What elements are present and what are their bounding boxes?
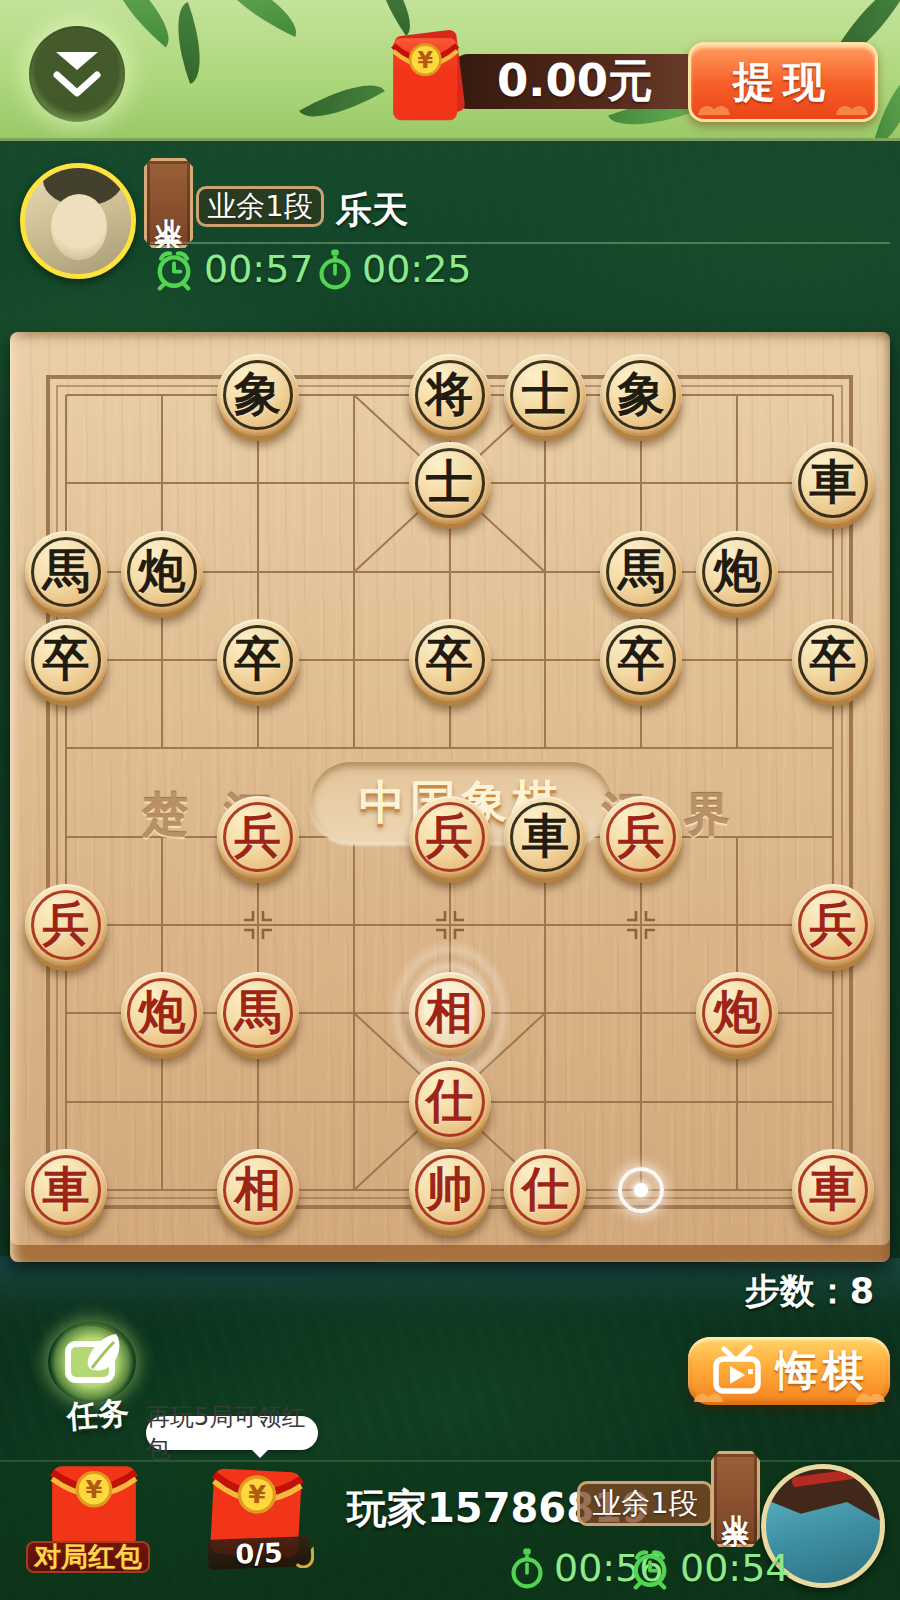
- svg-text:¥: ¥: [417, 47, 433, 73]
- point-marker: [241, 908, 275, 942]
- opponent-avatar[interactable]: [20, 163, 136, 279]
- piece-black-king[interactable]: 将: [409, 354, 491, 436]
- piece-character: 炮: [121, 531, 203, 613]
- match-red-packet-label: 对局红包: [26, 1541, 150, 1573]
- piece-character: 車: [25, 1149, 107, 1231]
- piece-character: 仕: [504, 1149, 586, 1231]
- piece-character: 士: [409, 442, 491, 524]
- piece-red-cannon[interactable]: 炮: [696, 972, 778, 1054]
- piece-character: 兵: [409, 796, 491, 878]
- piece-black-pawn[interactable]: 卒: [600, 619, 682, 701]
- red-packet-tooltip: 再玩5局可领红包: [146, 1416, 318, 1450]
- undo-label: 悔棋: [776, 1343, 868, 1399]
- piece-red-pawn[interactable]: 兵: [217, 796, 299, 878]
- piece-character: 炮: [696, 531, 778, 613]
- svg-text:¥: ¥: [86, 1476, 103, 1504]
- piece-black-horse[interactable]: 馬: [600, 531, 682, 613]
- piece-black-horse[interactable]: 馬: [25, 531, 107, 613]
- piece-character: 卒: [217, 619, 299, 701]
- piece-character: 馬: [217, 972, 299, 1054]
- piece-character: 兵: [600, 796, 682, 878]
- player-total-time: 00:54: [680, 1546, 790, 1590]
- red-packet-progress: 0/5: [208, 1536, 311, 1570]
- piece-character: 卒: [792, 619, 874, 701]
- piece-character: 兵: [217, 796, 299, 878]
- piece-red-pawn[interactable]: 兵: [25, 884, 107, 966]
- xiangqi-board[interactable]: 楚河 中国象棋 汉界 象将士象士車馬炮馬炮卒卒卒卒卒兵兵車兵兵兵炮馬相炮仕車相帅…: [10, 332, 890, 1262]
- piece-black-pawn[interactable]: 卒: [217, 619, 299, 701]
- piece-red-chariot[interactable]: 車: [25, 1149, 107, 1231]
- task-button[interactable]: 任务: [46, 1318, 146, 1418]
- piece-black-chariot[interactable]: 車: [504, 796, 586, 878]
- piece-red-elephant[interactable]: 相: [409, 972, 491, 1054]
- piece-black-cannon[interactable]: 炮: [696, 531, 778, 613]
- piece-character: 卒: [600, 619, 682, 701]
- task-label: 任务: [45, 1390, 152, 1439]
- withdraw-button[interactable]: 提现: [688, 42, 878, 122]
- piece-character: 士: [504, 354, 586, 436]
- piece-character: 帅: [409, 1149, 491, 1231]
- point-marker: [624, 908, 658, 942]
- bamboo-leaf: [163, 2, 214, 84]
- piece-red-cannon[interactable]: 炮: [121, 972, 203, 1054]
- player-rank-pill: 业余1段: [577, 1481, 713, 1526]
- bamboo-leaf: [299, 69, 385, 134]
- piece-black-elephant[interactable]: 象: [217, 354, 299, 436]
- piece-black-advisor[interactable]: 士: [409, 442, 491, 524]
- piece-character: 車: [792, 442, 874, 524]
- piece-character: 仕: [409, 1061, 491, 1143]
- piece-black-chariot[interactable]: 車: [792, 442, 874, 524]
- top-bar: 0.00元 提现 ¥: [0, 0, 900, 141]
- opponent-amateur-badge: 业余: [144, 158, 193, 248]
- player-total-timer: 00:54: [628, 1546, 790, 1590]
- piece-red-elephant[interactable]: 相: [217, 1149, 299, 1231]
- piece-character: 象: [217, 354, 299, 436]
- piece-character: 馬: [600, 531, 682, 613]
- opponent-rank-pill: 业余1段: [196, 186, 324, 227]
- piece-character: 兵: [792, 884, 874, 966]
- task-feather-icon: [62, 1326, 128, 1388]
- piece-character: 相: [217, 1149, 299, 1231]
- svg-text:¥: ¥: [247, 1480, 266, 1510]
- opponent-move-timer: 00:25: [316, 247, 472, 291]
- piece-character: 卒: [409, 619, 491, 701]
- piece-character: 車: [792, 1149, 874, 1231]
- piece-red-advisor[interactable]: 仕: [504, 1149, 586, 1231]
- last-move-origin-marker: [618, 1167, 664, 1213]
- piece-character: 将: [409, 354, 491, 436]
- stopwatch-icon: [316, 247, 354, 291]
- opponent-name: 乐天: [336, 186, 408, 235]
- game-screen: 0.00元 提现 ¥ 业余 业余1段 乐天: [0, 0, 900, 1600]
- piece-black-pawn[interactable]: 卒: [409, 619, 491, 701]
- opponent-total-timer: 00:57: [152, 247, 314, 291]
- piece-black-pawn[interactable]: 卒: [25, 619, 107, 701]
- stopwatch-icon: [508, 1546, 546, 1590]
- piece-character: 馬: [25, 531, 107, 613]
- piece-character: 卒: [25, 619, 107, 701]
- piece-character: 炮: [121, 972, 203, 1054]
- replay-tv-icon: [710, 1345, 764, 1397]
- piece-character: 炮: [696, 972, 778, 1054]
- player-amateur-badge: 业余: [711, 1451, 760, 1547]
- piece-red-pawn[interactable]: 兵: [409, 796, 491, 878]
- double-chevron-down-icon: [52, 48, 102, 100]
- piece-character: 兵: [25, 884, 107, 966]
- balance-amount: 0.00元: [470, 52, 680, 110]
- piece-character: 象: [600, 354, 682, 436]
- opponent-divider: [150, 242, 890, 244]
- piece-red-advisor[interactable]: 仕: [409, 1061, 491, 1143]
- piece-black-pawn[interactable]: 卒: [792, 619, 874, 701]
- undo-move-button[interactable]: 悔棋: [688, 1337, 890, 1405]
- piece-black-elephant[interactable]: 象: [600, 354, 682, 436]
- piece-red-king[interactable]: 帅: [409, 1149, 491, 1231]
- collapse-button[interactable]: [29, 26, 125, 122]
- piece-character: 相: [409, 972, 491, 1054]
- alarm-clock-icon: [152, 247, 196, 291]
- match-red-envelope-icon[interactable]: ¥: [44, 1462, 144, 1550]
- bamboo-leaf: [208, 0, 308, 37]
- red-envelope-icon[interactable]: ¥: [386, 24, 468, 124]
- opponent-move-time: 00:25: [362, 247, 472, 291]
- piece-red-horse[interactable]: 馬: [217, 972, 299, 1054]
- opponent-total-time: 00:57: [204, 247, 314, 291]
- alarm-clock-icon: [628, 1546, 672, 1590]
- piece-character: 車: [504, 796, 586, 878]
- piece-red-chariot[interactable]: 車: [792, 1149, 874, 1231]
- piece-black-advisor[interactable]: 士: [504, 354, 586, 436]
- piece-red-pawn[interactable]: 兵: [600, 796, 682, 878]
- piece-black-cannon[interactable]: 炮: [121, 531, 203, 613]
- piece-red-pawn[interactable]: 兵: [792, 884, 874, 966]
- move-count: 步数：8: [745, 1268, 874, 1315]
